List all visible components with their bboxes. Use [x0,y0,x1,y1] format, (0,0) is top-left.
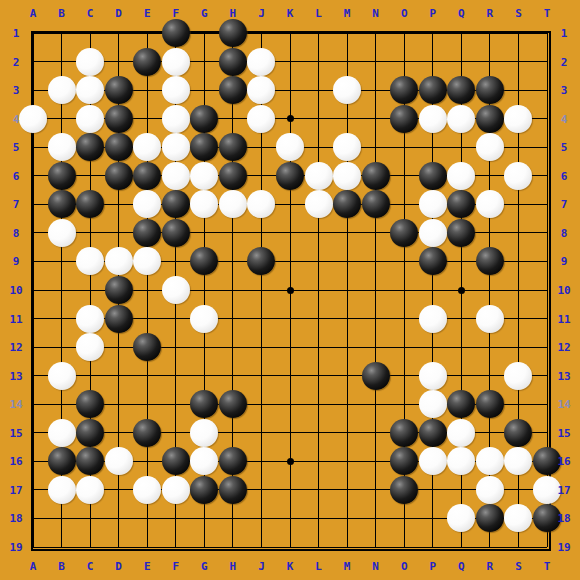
row-label-left-12: 12 [9,341,22,354]
black-stone-E15 [133,419,161,447]
column-label-bottom-K: K [287,560,294,573]
white-stone-M6 [333,162,361,190]
column-label-bottom-P: P [429,560,436,573]
white-stone-G11 [190,305,218,333]
column-label-top-L: L [315,7,322,20]
white-stone-B13 [48,362,76,390]
black-stone-R3 [476,76,504,104]
column-label-bottom-F: F [172,560,179,573]
column-label-top-C: C [87,7,94,20]
column-label-bottom-G: G [201,560,208,573]
black-stone-F16 [162,447,190,475]
column-label-top-S: S [515,7,522,20]
column-label-bottom-O: O [401,560,408,573]
row-label-left-6: 6 [13,169,20,182]
white-stone-B8 [48,219,76,247]
white-stone-G15 [190,419,218,447]
row-label-right-13: 13 [557,369,570,382]
column-label-top-T: T [544,7,551,20]
row-label-right-9: 9 [561,255,568,268]
white-stone-P8 [419,219,447,247]
row-label-right-5: 5 [561,141,568,154]
star-point [287,115,294,122]
white-stone-F5 [162,133,190,161]
row-label-left-18: 18 [9,512,22,525]
black-stone-D5 [105,133,133,161]
white-stone-L6 [305,162,333,190]
star-point [287,287,294,294]
row-label-left-15: 15 [9,426,22,439]
row-label-left-19: 19 [9,541,22,554]
column-label-bottom-M: M [344,560,351,573]
black-stone-B7 [48,190,76,218]
row-label-right-7: 7 [561,198,568,211]
column-label-bottom-J: J [258,560,265,573]
white-stone-P4 [419,105,447,133]
white-stone-P16 [419,447,447,475]
black-stone-E2 [133,48,161,76]
row-label-right-18: 18 [557,512,570,525]
white-stone-Q15 [447,419,475,447]
white-stone-J2 [247,48,275,76]
black-stone-F8 [162,219,190,247]
white-stone-B5 [48,133,76,161]
black-stone-H17 [219,476,247,504]
black-stone-R4 [476,105,504,133]
column-label-top-B: B [58,7,65,20]
white-stone-R11 [476,305,504,333]
column-label-bottom-C: C [87,560,94,573]
white-stone-F6 [162,162,190,190]
column-label-bottom-Q: Q [458,560,465,573]
white-stone-C2 [76,48,104,76]
black-stone-O15 [390,419,418,447]
column-label-top-G: G [201,7,208,20]
column-label-top-H: H [230,7,237,20]
column-label-bottom-N: N [372,560,379,573]
black-stone-D6 [105,162,133,190]
row-label-left-2: 2 [13,55,20,68]
black-stone-G4 [190,105,218,133]
white-stone-B3 [48,76,76,104]
row-label-left-7: 7 [13,198,20,211]
white-stone-C17 [76,476,104,504]
black-stone-N7 [362,190,390,218]
black-stone-H1 [219,19,247,47]
black-stone-H6 [219,162,247,190]
white-stone-Q6 [447,162,475,190]
column-label-bottom-S: S [515,560,522,573]
row-label-left-8: 8 [13,226,20,239]
white-stone-P13 [419,362,447,390]
row-label-right-4: 4 [561,112,568,125]
black-stone-O8 [390,219,418,247]
row-label-right-19: 19 [557,541,570,554]
white-stone-P7 [419,190,447,218]
column-label-bottom-E: E [144,560,151,573]
column-label-top-N: N [372,7,379,20]
black-stone-D4 [105,105,133,133]
row-label-right-16: 16 [557,455,570,468]
black-stone-F1 [162,19,190,47]
black-stone-B16 [48,447,76,475]
column-label-top-A: A [30,7,37,20]
white-stone-C4 [76,105,104,133]
white-stone-E17 [133,476,161,504]
white-stone-P11 [419,305,447,333]
black-stone-P6 [419,162,447,190]
white-stone-A4 [19,105,47,133]
go-board[interactable]: AABBCCDDEEFFGGHHJJKKLLMMNNOOPPQQRRSSTT11… [0,0,580,580]
row-label-right-14: 14 [557,398,570,411]
column-label-bottom-H: H [230,560,237,573]
row-label-right-6: 6 [561,169,568,182]
white-stone-C11 [76,305,104,333]
column-label-bottom-B: B [58,560,65,573]
star-point [287,458,294,465]
black-stone-O4 [390,105,418,133]
column-label-bottom-L: L [315,560,322,573]
black-stone-H3 [219,76,247,104]
white-stone-D16 [105,447,133,475]
white-stone-P14 [419,390,447,418]
white-stone-B15 [48,419,76,447]
column-label-top-R: R [487,7,494,20]
column-label-bottom-T: T [544,560,551,573]
row-label-left-17: 17 [9,483,22,496]
black-stone-B6 [48,162,76,190]
white-stone-S13 [504,362,532,390]
black-stone-O17 [390,476,418,504]
row-label-left-9: 9 [13,255,20,268]
row-label-left-11: 11 [9,312,22,325]
column-label-bottom-D: D [115,560,122,573]
column-label-top-J: J [258,7,265,20]
column-label-bottom-R: R [487,560,494,573]
black-stone-D3 [105,76,133,104]
row-label-left-4: 4 [13,112,20,125]
row-label-left-3: 3 [13,84,20,97]
black-stone-R14 [476,390,504,418]
black-stone-F7 [162,190,190,218]
white-stone-F4 [162,105,190,133]
white-stone-Q4 [447,105,475,133]
star-point [458,287,465,294]
row-label-left-14: 14 [9,398,22,411]
row-label-right-3: 3 [561,84,568,97]
black-stone-N6 [362,162,390,190]
row-label-left-16: 16 [9,455,22,468]
row-label-right-8: 8 [561,226,568,239]
row-label-right-17: 17 [557,483,570,496]
column-label-top-E: E [144,7,151,20]
white-stone-B17 [48,476,76,504]
black-stone-D10 [105,276,133,304]
row-label-right-2: 2 [561,55,568,68]
black-stone-C15 [76,419,104,447]
white-stone-F3 [162,76,190,104]
white-stone-G6 [190,162,218,190]
black-stone-H2 [219,48,247,76]
column-label-top-Q: Q [458,7,465,20]
row-label-left-13: 13 [9,369,22,382]
black-stone-N13 [362,362,390,390]
row-label-left-10: 10 [9,284,22,297]
column-label-top-O: O [401,7,408,20]
white-stone-J4 [247,105,275,133]
black-stone-P3 [419,76,447,104]
white-stone-D9 [105,247,133,275]
black-stone-H5 [219,133,247,161]
column-label-top-P: P [429,7,436,20]
row-label-left-5: 5 [13,141,20,154]
row-label-right-1: 1 [561,27,568,40]
black-stone-P15 [419,419,447,447]
white-stone-F10 [162,276,190,304]
column-label-bottom-A: A [30,560,37,573]
white-stone-L7 [305,190,333,218]
row-label-right-10: 10 [557,284,570,297]
white-stone-R17 [476,476,504,504]
row-label-right-12: 12 [557,341,570,354]
column-label-top-K: K [287,7,294,20]
white-stone-F17 [162,476,190,504]
white-stone-S4 [504,105,532,133]
black-stone-E6 [133,162,161,190]
black-stone-D11 [105,305,133,333]
column-label-top-M: M [344,7,351,20]
black-stone-H14 [219,390,247,418]
column-label-top-D: D [115,7,122,20]
white-stone-F2 [162,48,190,76]
black-stone-K6 [276,162,304,190]
black-stone-E8 [133,219,161,247]
row-label-right-15: 15 [557,426,570,439]
row-label-right-11: 11 [557,312,570,325]
column-label-top-F: F [172,7,179,20]
row-label-left-1: 1 [13,27,20,40]
white-stone-R5 [476,133,504,161]
